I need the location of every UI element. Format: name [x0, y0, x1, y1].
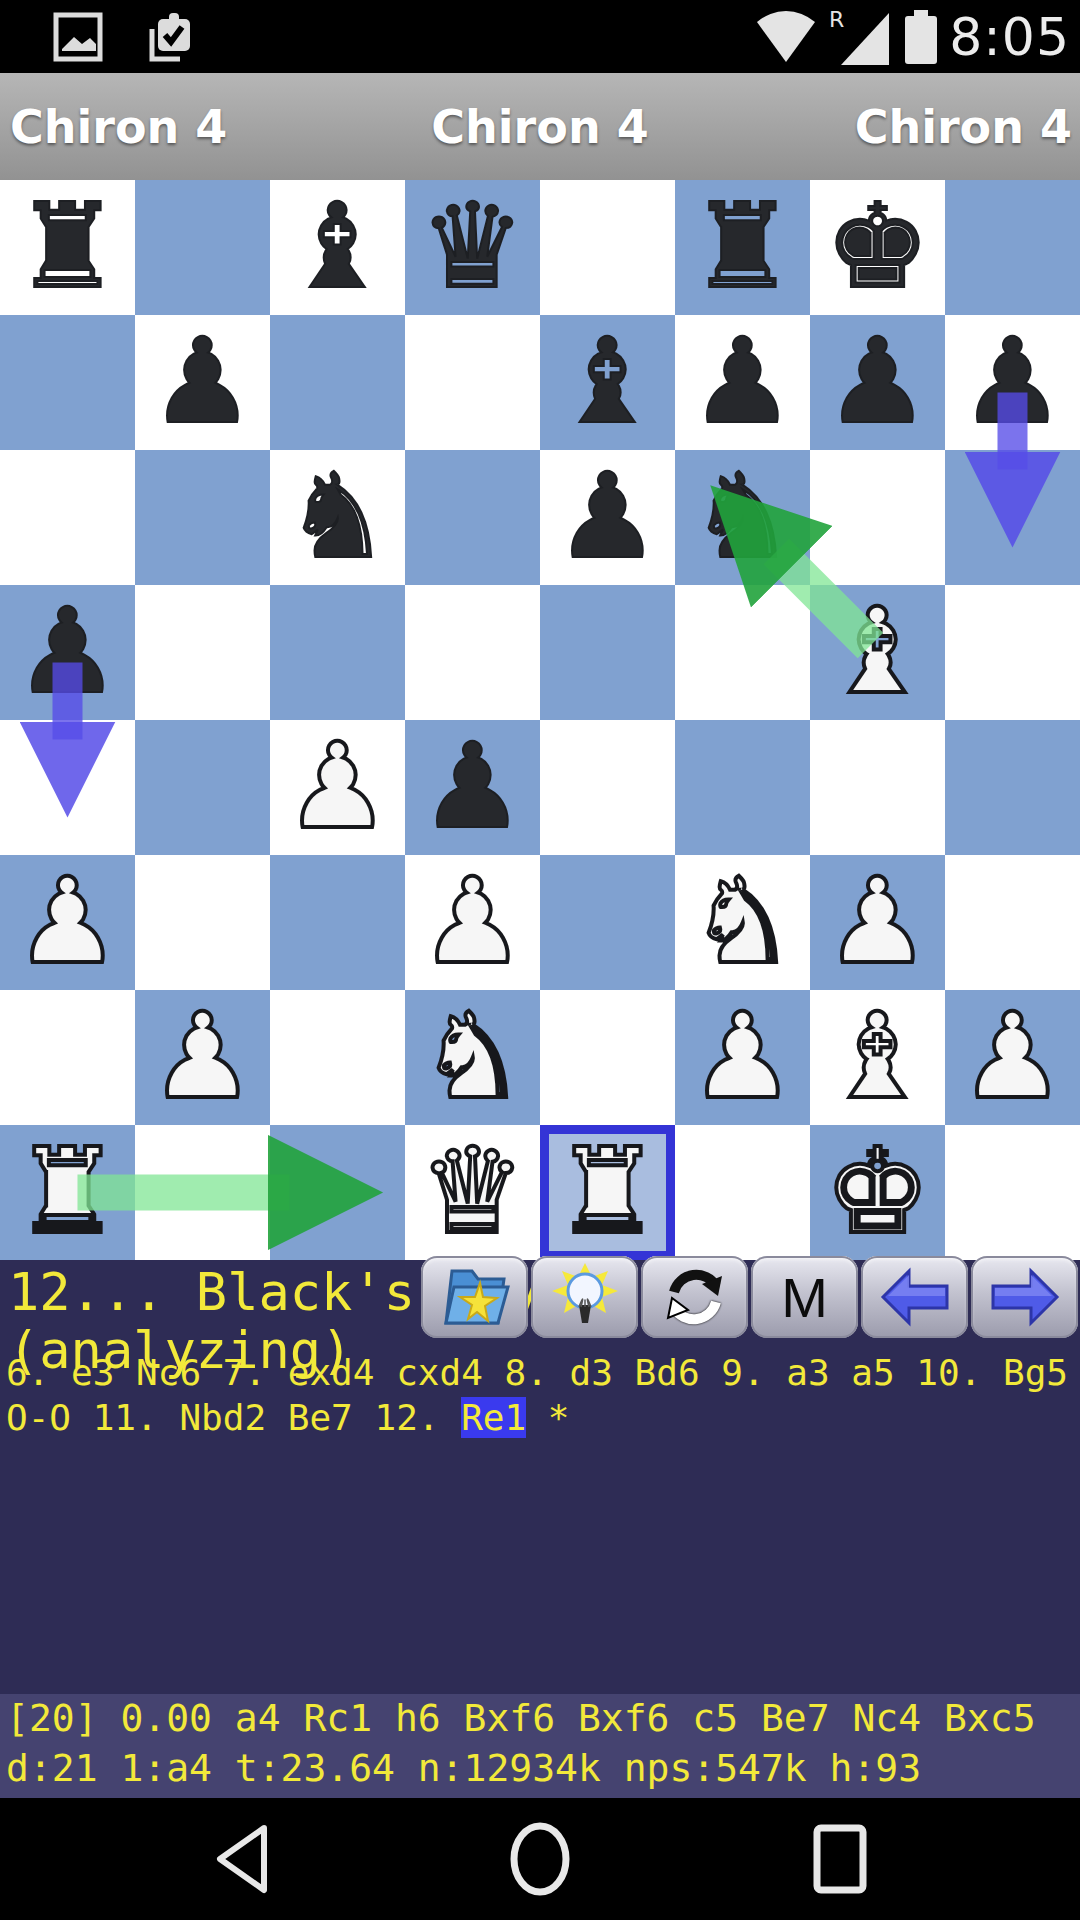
status-bar: R 8:05: [0, 0, 1080, 73]
square-d8[interactable]: ♛: [405, 180, 540, 315]
move-list-line-1: 6. e3 Nc6 7. exd4 cxd4 8. d3 Bd6 9. a3 a…: [6, 1352, 1068, 1393]
square-e8[interactable]: [540, 180, 675, 315]
hint-button[interactable]: [531, 1256, 638, 1338]
square-a3[interactable]: ♟: [0, 855, 135, 990]
square-b2[interactable]: ♟: [135, 990, 270, 1125]
forward-move-button[interactable]: [971, 1256, 1078, 1338]
image-icon: [52, 11, 104, 63]
toolbar: M: [421, 1256, 1078, 1338]
analyze-button[interactable]: [641, 1256, 748, 1338]
square-a6[interactable]: [0, 450, 135, 585]
square-e5[interactable]: [540, 585, 675, 720]
square-h7[interactable]: ♟: [945, 315, 1080, 450]
app-title-left: Chiron 4: [10, 100, 227, 154]
square-c1[interactable]: [270, 1125, 405, 1260]
black-queen-d8[interactable]: ♛: [405, 180, 540, 315]
square-a8[interactable]: ♜: [0, 180, 135, 315]
square-h6[interactable]: [945, 450, 1080, 585]
square-a7[interactable]: [0, 315, 135, 450]
square-a4[interactable]: [0, 720, 135, 855]
square-f3[interactable]: ♞: [675, 855, 810, 990]
black-knight-f6[interactable]: ♞: [675, 450, 810, 585]
square-c2[interactable]: [270, 990, 405, 1125]
engine-stats-line: d:21 1:a4 t:23.64 n:12934k nps:547k h:93: [6, 1746, 921, 1790]
square-g5[interactable]: ♝: [810, 585, 945, 720]
square-d5[interactable]: [405, 585, 540, 720]
chess-board[interactable]: ♜♝♛♜♚♟♝♟♟♟♞♟♞♟♝♟♟♟♟♞♟♟♞♟♝♟♜♛♜♚: [0, 180, 1080, 1260]
arrow-left-icon: [879, 1267, 951, 1327]
square-h1[interactable]: [945, 1125, 1080, 1260]
battery-icon: [903, 8, 939, 66]
square-f4[interactable]: [675, 720, 810, 855]
white-rook-a1[interactable]: ♜: [0, 1125, 135, 1260]
move-list-button[interactable]: M: [751, 1256, 858, 1338]
white-pawn-c4[interactable]: ♟: [270, 720, 405, 855]
white-pawn-d3[interactable]: ♟: [405, 855, 540, 990]
square-a2[interactable]: [0, 990, 135, 1125]
square-b5[interactable]: [135, 585, 270, 720]
pv-line: [20] 0.00 a4 Rc1 h6 Bxf6 Bxf6 c5 Be7 Nc4…: [6, 1696, 1036, 1740]
black-king-g8[interactable]: ♚: [810, 180, 945, 315]
square-e3[interactable]: [540, 855, 675, 990]
white-pawn-g3[interactable]: ♟: [810, 855, 945, 990]
black-bishop-e7[interactable]: ♝: [540, 315, 675, 450]
square-g2[interactable]: ♝: [810, 990, 945, 1125]
clipboard-check-icon: [140, 9, 196, 65]
square-c3[interactable]: [270, 855, 405, 990]
square-g8[interactable]: ♚: [810, 180, 945, 315]
square-b7[interactable]: ♟: [135, 315, 270, 450]
white-bishop-g5[interactable]: ♝: [810, 585, 945, 720]
move-list-label: M: [781, 1265, 828, 1330]
svg-text:R: R: [829, 7, 844, 32]
square-g6[interactable]: [810, 450, 945, 585]
square-e1[interactable]: ♜: [540, 1125, 675, 1260]
square-b6[interactable]: [135, 450, 270, 585]
home-icon[interactable]: [508, 1820, 572, 1898]
square-h8[interactable]: [945, 180, 1080, 315]
black-pawn-e6[interactable]: ♟: [540, 450, 675, 585]
square-h3[interactable]: [945, 855, 1080, 990]
square-g3[interactable]: ♟: [810, 855, 945, 990]
square-h2[interactable]: ♟: [945, 990, 1080, 1125]
move-list-line-2-end: *: [526, 1397, 569, 1438]
square-d4[interactable]: ♟: [405, 720, 540, 855]
arrow-right-icon: [989, 1267, 1061, 1327]
black-knight-c6[interactable]: ♞: [270, 450, 405, 585]
move-list[interactable]: 6. e3 Nc6 7. exd4 cxd4 8. d3 Bd6 9. a3 a…: [6, 1350, 1078, 1440]
square-g7[interactable]: ♟: [810, 315, 945, 450]
app-title-center: Chiron 4: [431, 100, 648, 154]
back-move-button[interactable]: [861, 1256, 968, 1338]
square-b3[interactable]: [135, 855, 270, 990]
navigation-bar: [0, 1798, 1080, 1920]
black-rook-f8[interactable]: ♜: [675, 180, 810, 315]
square-f8[interactable]: ♜: [675, 180, 810, 315]
black-pawn-d4[interactable]: ♟: [405, 720, 540, 855]
square-f1[interactable]: [675, 1125, 810, 1260]
current-move[interactable]: Re1: [461, 1397, 526, 1438]
analysis-panel: [20] 0.00 a4 Rc1 h6 Bxf6 Bxf6 c5 Be7 Nc4…: [0, 1694, 1080, 1798]
white-rook-e1[interactable]: ♜: [540, 1125, 675, 1260]
square-d1[interactable]: ♛: [405, 1125, 540, 1260]
white-bishop-g2[interactable]: ♝: [810, 990, 945, 1125]
square-c6[interactable]: ♞: [270, 450, 405, 585]
square-a1[interactable]: ♜: [0, 1125, 135, 1260]
white-knight-d2[interactable]: ♞: [405, 990, 540, 1125]
square-f2[interactable]: ♟: [675, 990, 810, 1125]
white-pawn-f2[interactable]: ♟: [675, 990, 810, 1125]
square-b1[interactable]: [135, 1125, 270, 1260]
black-bishop-c8[interactable]: ♝: [270, 180, 405, 315]
square-h4[interactable]: [945, 720, 1080, 855]
white-queen-d1[interactable]: ♛: [405, 1125, 540, 1260]
square-f5[interactable]: [675, 585, 810, 720]
white-pawn-b2[interactable]: ♟: [135, 990, 270, 1125]
clock: 8:05: [949, 7, 1070, 67]
square-g4[interactable]: [810, 720, 945, 855]
black-rook-a8[interactable]: ♜: [0, 180, 135, 315]
app-title-right: Chiron 4: [855, 100, 1072, 154]
square-b4[interactable]: [135, 720, 270, 855]
square-f7[interactable]: ♟: [675, 315, 810, 450]
black-pawn-a5[interactable]: ♟: [0, 585, 135, 720]
square-a5[interactable]: ♟: [0, 585, 135, 720]
square-d2[interactable]: ♞: [405, 990, 540, 1125]
folder-star-icon: [438, 1265, 512, 1329]
square-d7[interactable]: [405, 315, 540, 450]
screen: R 8:05 Chiron 4 Chiron 4 Chiron 4 ♜♝♛♜♚♟…: [0, 0, 1080, 1920]
black-pawn-f7[interactable]: ♟: [675, 315, 810, 450]
black-pawn-b7[interactable]: ♟: [135, 315, 270, 450]
black-pawn-g7[interactable]: ♟: [810, 315, 945, 450]
square-e4[interactable]: [540, 720, 675, 855]
square-c4[interactable]: ♟: [270, 720, 405, 855]
white-king-g1[interactable]: ♚: [810, 1125, 945, 1260]
refresh-icon: [660, 1262, 730, 1332]
lightbulb-icon: [548, 1261, 622, 1333]
white-pawn-h2[interactable]: ♟: [945, 990, 1080, 1125]
square-d3[interactable]: ♟: [405, 855, 540, 990]
square-g1[interactable]: ♚: [810, 1125, 945, 1260]
recents-icon[interactable]: [812, 1823, 868, 1895]
square-e7[interactable]: ♝: [540, 315, 675, 450]
white-pawn-a3[interactable]: ♟: [0, 855, 135, 990]
title-bar: Chiron 4 Chiron 4 Chiron 4: [0, 73, 1080, 180]
square-e2[interactable]: [540, 990, 675, 1125]
signal-r-icon: R: [827, 7, 893, 67]
square-c8[interactable]: ♝: [270, 180, 405, 315]
square-c5[interactable]: [270, 585, 405, 720]
square-e6[interactable]: ♟: [540, 450, 675, 585]
square-d6[interactable]: [405, 450, 540, 585]
square-b8[interactable]: [135, 180, 270, 315]
square-c7[interactable]: [270, 315, 405, 450]
back-icon[interactable]: [212, 1822, 270, 1896]
wifi-icon: [755, 10, 817, 64]
white-knight-f3[interactable]: ♞: [675, 855, 810, 990]
black-pawn-h7[interactable]: ♟: [945, 315, 1080, 450]
move-list-line-2: O-O 11. Nbd2 Be7 12.: [6, 1397, 461, 1438]
square-h5[interactable]: [945, 585, 1080, 720]
square-f6[interactable]: ♞: [675, 450, 810, 585]
open-game-button[interactable]: [421, 1256, 528, 1338]
